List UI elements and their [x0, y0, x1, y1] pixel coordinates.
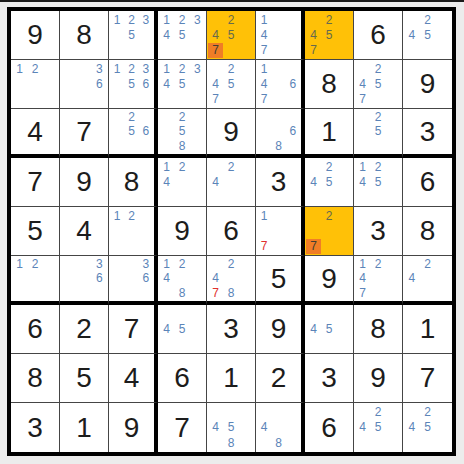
candidate-grid: 2478: [208, 257, 254, 300]
sudoku-cell-r6c6[interactable]: 5: [256, 256, 305, 305]
sudoku-cell-r4c6[interactable]: 3: [256, 158, 305, 207]
candidate-empty: [110, 286, 124, 300]
candidate-empty: [239, 174, 254, 189]
sudoku-cell-r6c7[interactable]: 9: [305, 256, 354, 305]
solved-digit: 7: [109, 305, 154, 353]
candidate-empty: [404, 404, 420, 420]
candidate-empty: [435, 435, 451, 451]
candidate-5: 5: [321, 321, 336, 336]
candidate-1: 1: [257, 61, 271, 76]
solved-digit: 8: [305, 60, 353, 108]
sudoku-cell-r6c5[interactable]: 2478: [207, 256, 256, 305]
candidate-empty: [239, 27, 254, 42]
candidate-empty: [404, 12, 420, 27]
sudoku-cell-r1c5[interactable]: 2457: [207, 11, 256, 60]
candidate-8: 8: [271, 139, 285, 153]
candidate-empty: [435, 404, 451, 420]
sudoku-cell-r9c1[interactable]: 3: [11, 403, 60, 452]
sudoku-cell-r1c6[interactable]: 147: [256, 11, 305, 60]
candidate-empty: [110, 139, 124, 153]
candidate-empty: [370, 92, 385, 107]
candidate-empty: [271, 420, 285, 436]
candidate-3: 3: [190, 12, 205, 27]
candidate-4: 4: [208, 174, 223, 189]
sudoku-cell-r5c4[interactable]: 9: [158, 207, 207, 256]
sudoku-cell-r7c1[interactable]: 6: [11, 305, 60, 354]
sudoku-cell-r6c2[interactable]: 36: [60, 256, 109, 305]
candidate-empty: [190, 92, 205, 107]
candidate-empty: [92, 286, 107, 300]
sudoku-cell-r8c7[interactable]: 3: [305, 354, 354, 403]
candidate-empty: [190, 190, 205, 205]
candidate-empty: [321, 239, 336, 254]
sudoku-cell-r3c6[interactable]: 68: [256, 109, 305, 158]
candidate-6: 6: [139, 124, 153, 138]
solved-digit: 8: [109, 158, 154, 206]
sudoku-cell-r4c3[interactable]: 8: [109, 158, 158, 207]
sudoku-cell-r4c5[interactable]: 24: [207, 158, 256, 207]
solved-digit: 9: [158, 207, 206, 255]
candidate-empty: [271, 92, 285, 107]
candidate-7: 7: [208, 43, 223, 58]
candidate-grid: 245: [404, 12, 451, 58]
sudoku-cell-r9c9[interactable]: 245: [403, 403, 452, 452]
candidate-empty: [239, 257, 254, 271]
candidate-empty: [257, 223, 271, 238]
candidate-empty: [271, 223, 285, 238]
candidate-empty: [435, 12, 451, 27]
sudoku-cell-r2c9[interactable]: 9: [403, 60, 452, 109]
candidate-empty: [110, 76, 124, 91]
candidate-grid: 2457: [355, 61, 401, 107]
candidate-empty: [208, 61, 223, 76]
solved-digit: 2: [60, 305, 108, 353]
candidate-empty: [271, 208, 285, 223]
candidate-grid: 245: [355, 404, 401, 451]
candidate-empty: [420, 435, 436, 451]
candidate-empty: [404, 286, 420, 300]
sudoku-cell-r5c9[interactable]: 8: [403, 207, 452, 256]
candidate-empty: [337, 337, 352, 352]
sudoku-cell-r1c9[interactable]: 245: [403, 11, 452, 60]
sudoku-cell-r9c3[interactable]: 9: [109, 403, 158, 452]
candidate-empty: [239, 286, 254, 300]
candidate-1: 1: [355, 257, 370, 271]
sudoku-cell-r9c6[interactable]: 48: [256, 403, 305, 452]
candidate-empty: [321, 190, 336, 205]
candidate-4: 4: [355, 271, 370, 285]
sudoku-cell-r2c2[interactable]: 36: [60, 60, 109, 109]
candidate-empty: [435, 286, 451, 300]
solved-digit: 3: [305, 354, 353, 402]
candidate-grid: 458: [208, 404, 254, 451]
solved-digit: 5: [11, 207, 59, 255]
sudoku-cell-r5c7[interactable]: 27: [305, 207, 354, 256]
candidate-empty: [286, 223, 300, 238]
candidate-2: 2: [420, 404, 436, 420]
sudoku-cell-r6c4[interactable]: 1248: [158, 256, 207, 305]
sudoku-cell-r2c3[interactable]: 12356: [109, 60, 158, 109]
candidate-empty: [76, 271, 91, 285]
candidate-5: 5: [223, 420, 238, 436]
candidate-empty: [61, 61, 76, 76]
candidate-empty: [223, 404, 238, 420]
candidate-empty: [337, 239, 352, 254]
candidate-grid: 45: [159, 306, 205, 352]
sudoku-cell-r4c1[interactable]: 7: [11, 158, 60, 207]
candidate-empty: [159, 306, 174, 321]
sudoku-cell-r9c5[interactable]: 458: [207, 403, 256, 452]
candidate-4: 4: [159, 27, 174, 42]
candidate-grid: 1467: [257, 61, 300, 107]
candidate-empty: [12, 271, 27, 285]
candidate-grid: 36: [61, 257, 107, 300]
candidate-1: 1: [355, 159, 370, 174]
sudoku-cell-r1c3[interactable]: 1235: [109, 11, 158, 60]
candidate-empty: [223, 271, 238, 285]
sudoku-cell-r5c6[interactable]: 17: [256, 207, 305, 256]
candidate-2: 2: [124, 208, 138, 223]
sudoku-cell-r3c7[interactable]: 1: [305, 109, 354, 158]
sudoku-cell-r7c8[interactable]: 8: [354, 305, 403, 354]
candidate-empty: [124, 271, 138, 285]
candidate-empty: [124, 223, 138, 238]
sudoku-cell-r1c4[interactable]: 12345: [158, 11, 207, 60]
candidate-4: 4: [159, 321, 174, 336]
candidate-1: 1: [159, 159, 174, 174]
candidate-1: 1: [110, 12, 124, 27]
candidate-grid: 1247: [355, 257, 401, 300]
candidate-empty: [208, 190, 223, 205]
candidate-empty: [43, 76, 58, 91]
candidate-empty: [404, 43, 420, 58]
solved-digit: 6: [207, 207, 255, 255]
candidate-8: 8: [174, 286, 189, 300]
sudoku-cell-r9c2[interactable]: 1: [60, 403, 109, 452]
candidate-empty: [321, 43, 336, 58]
solved-digit: 6: [354, 11, 402, 59]
candidate-5: 5: [420, 27, 436, 42]
candidate-7: 7: [257, 239, 271, 254]
sudoku-cell-r6c1[interactable]: 12: [11, 256, 60, 305]
sudoku-cell-r4c8[interactable]: 1245: [354, 158, 403, 207]
candidate-5: 5: [420, 420, 436, 436]
sudoku-cell-r7c7[interactable]: 45: [305, 305, 354, 354]
sudoku-cell-r4c2[interactable]: 9: [60, 158, 109, 207]
candidate-empty: [174, 174, 189, 189]
candidate-5: 5: [321, 27, 336, 42]
candidate-empty: [190, 257, 205, 271]
candidate-empty: [61, 92, 76, 107]
candidate-5: 5: [370, 174, 385, 189]
candidate-7: 7: [355, 92, 370, 107]
candidate-empty: [306, 12, 321, 27]
candidate-empty: [110, 124, 124, 138]
sudoku-cell-r4c9[interactable]: 6: [403, 158, 452, 207]
solved-digit: 7: [403, 354, 452, 402]
candidate-empty: [139, 139, 153, 153]
sudoku-cell-r4c4[interactable]: 124: [158, 158, 207, 207]
candidate-empty: [306, 306, 321, 321]
candidate-empty: [386, 76, 401, 91]
candidate-3: 3: [92, 61, 107, 76]
candidate-2: 2: [174, 110, 189, 124]
candidate-5: 5: [124, 27, 138, 42]
candidate-4: 4: [257, 420, 271, 436]
candidate-empty: [386, 420, 401, 436]
sudoku-cell-r1c8[interactable]: 6: [354, 11, 403, 60]
candidate-empty: [61, 257, 76, 271]
candidate-empty: [271, 404, 285, 420]
candidate-empty: [370, 435, 385, 451]
solved-digit: 6: [403, 158, 452, 206]
candidate-empty: [337, 27, 352, 42]
sudoku-cell-r8c3[interactable]: 4: [109, 354, 158, 403]
candidate-empty: [190, 271, 205, 285]
candidate-4: 4: [208, 271, 223, 285]
solved-digit: 6: [158, 354, 206, 402]
sudoku-cell-r7c2[interactable]: 2: [60, 305, 109, 354]
candidate-7: 7: [306, 239, 321, 254]
sudoku-cell-r5c2[interactable]: 4: [60, 207, 109, 256]
candidate-1: 1: [12, 61, 27, 76]
candidate-empty: [337, 306, 352, 321]
candidate-5: 5: [370, 124, 385, 138]
candidate-empty: [420, 271, 436, 285]
sudoku-cell-r4c7[interactable]: 245: [305, 158, 354, 207]
candidate-6: 6: [286, 124, 300, 138]
sudoku-cell-r2c8[interactable]: 2457: [354, 60, 403, 109]
sudoku-cell-r8c6[interactable]: 2: [256, 354, 305, 403]
sudoku-cell-r8c4[interactable]: 6: [158, 354, 207, 403]
sudoku-cell-r7c5[interactable]: 3: [207, 305, 256, 354]
sudoku-cell-r2c5[interactable]: 2457: [207, 60, 256, 109]
candidate-empty: [124, 139, 138, 153]
candidate-4: 4: [306, 27, 321, 42]
candidate-grid: 36: [110, 257, 153, 300]
candidate-empty: [139, 223, 153, 238]
sudoku-cell-r6c3[interactable]: 36: [109, 256, 158, 305]
solved-digit: 5: [256, 256, 301, 301]
candidate-empty: [61, 286, 76, 300]
candidate-4: 4: [257, 76, 271, 91]
candidate-empty: [208, 257, 223, 271]
candidate-4: 4: [208, 27, 223, 42]
candidate-empty: [286, 12, 300, 27]
candidate-6: 6: [286, 76, 300, 91]
candidate-grid: 245: [306, 159, 352, 205]
candidate-empty: [321, 306, 336, 321]
sudoku-cell-r3c8[interactable]: 25: [354, 109, 403, 158]
candidate-grid: 48: [257, 404, 300, 451]
solved-digit: 9: [207, 109, 255, 154]
candidate-empty: [110, 92, 124, 107]
candidate-empty: [306, 208, 321, 223]
candidate-empty: [174, 190, 189, 205]
solved-digit: 3: [11, 403, 59, 452]
candidate-5: 5: [370, 76, 385, 91]
candidate-empty: [190, 286, 205, 300]
candidate-empty: [239, 190, 254, 205]
candidate-empty: [76, 61, 91, 76]
candidate-empty: [355, 404, 370, 420]
candidate-empty: [321, 223, 336, 238]
candidate-4: 4: [159, 174, 174, 189]
solved-digit: 8: [354, 305, 402, 353]
sudoku-cell-r7c3[interactable]: 7: [109, 305, 158, 354]
candidate-empty: [174, 92, 189, 107]
solved-digit: 9: [256, 305, 301, 353]
sudoku-cell-r8c1[interactable]: 8: [11, 354, 60, 403]
sudoku-cell-r7c6[interactable]: 9: [256, 305, 305, 354]
candidate-2: 2: [321, 12, 336, 27]
candidate-empty: [271, 61, 285, 76]
candidate-2: 2: [420, 12, 436, 27]
sudoku-cell-r2c1[interactable]: 12: [11, 60, 60, 109]
candidate-empty: [257, 139, 271, 153]
solved-digit: 7: [60, 109, 108, 154]
candidate-empty: [43, 257, 58, 271]
candidate-empty: [355, 61, 370, 76]
sudoku-cell-r3c4[interactable]: 258: [158, 109, 207, 158]
sudoku-cell-r1c7[interactable]: 2457: [305, 11, 354, 60]
candidate-empty: [386, 174, 401, 189]
sudoku-cell-r1c2[interactable]: 8: [60, 11, 109, 60]
candidate-empty: [306, 190, 321, 205]
solved-digit: 8: [403, 207, 452, 255]
sudoku-cell-r8c8[interactable]: 9: [354, 354, 403, 403]
candidate-4: 4: [159, 76, 174, 91]
candidate-empty: [12, 76, 27, 91]
candidate-empty: [386, 61, 401, 76]
solved-digit: 9: [403, 60, 452, 108]
candidate-empty: [306, 159, 321, 174]
candidate-2: 2: [124, 61, 138, 76]
candidate-2: 2: [223, 257, 238, 271]
solved-digit: 1: [207, 354, 255, 402]
candidate-empty: [337, 223, 352, 238]
sudoku-cell-r6c9[interactable]: 24: [403, 256, 452, 305]
candidate-empty: [139, 286, 153, 300]
candidate-empty: [43, 286, 58, 300]
candidate-3: 3: [139, 61, 153, 76]
sudoku-cell-r2c7[interactable]: 8: [305, 60, 354, 109]
candidate-1: 1: [12, 257, 27, 271]
candidate-grid: 12: [12, 61, 58, 107]
candidate-grid: 12: [12, 257, 58, 300]
candidate-empty: [420, 286, 436, 300]
candidate-4: 4: [257, 27, 271, 42]
candidate-empty: [110, 223, 124, 238]
candidate-empty: [190, 110, 205, 124]
candidate-4: 4: [306, 321, 321, 336]
candidate-empty: [190, 337, 205, 352]
sudoku-cell-r1c1[interactable]: 9: [11, 11, 60, 60]
sudoku-cell-r3c1[interactable]: 4: [11, 109, 60, 158]
sudoku-cell-r2c4[interactable]: 12345: [158, 60, 207, 109]
candidate-empty: [124, 92, 138, 107]
candidate-grid: 12345: [159, 12, 205, 58]
candidate-grid: 25: [355, 110, 401, 153]
sudoku-cell-r5c1[interactable]: 5: [11, 207, 60, 256]
candidate-empty: [124, 286, 138, 300]
solved-digit: 7: [158, 403, 206, 452]
sudoku-cell-r8c2[interactable]: 5: [60, 354, 109, 403]
sudoku-cell-r3c3[interactable]: 256: [109, 109, 158, 158]
sudoku-cell-r9c4[interactable]: 7: [158, 403, 207, 452]
candidate-empty: [239, 61, 254, 76]
sudoku-cell-r7c4[interactable]: 45: [158, 305, 207, 354]
candidate-empty: [321, 337, 336, 352]
candidate-grid: 258: [159, 110, 205, 153]
candidate-2: 2: [174, 159, 189, 174]
candidate-empty: [61, 76, 76, 91]
sudoku-cell-r3c5[interactable]: 9: [207, 109, 256, 158]
candidate-empty: [404, 257, 420, 271]
candidate-empty: [386, 404, 401, 420]
candidate-empty: [124, 257, 138, 271]
candidate-empty: [27, 271, 42, 285]
candidate-grid: 17: [257, 208, 300, 254]
sudoku-board: 9812351234524571472457624512361235612345…: [7, 7, 456, 456]
candidate-4: 4: [208, 420, 223, 436]
sudoku-cell-r3c2[interactable]: 7: [60, 109, 109, 158]
candidate-empty: [159, 139, 174, 153]
candidate-2: 2: [223, 61, 238, 76]
candidate-empty: [27, 76, 42, 91]
candidate-empty: [286, 110, 300, 124]
candidate-empty: [239, 420, 254, 436]
candidate-empty: [76, 286, 91, 300]
sudoku-cell-r7c9[interactable]: 1: [403, 305, 452, 354]
solved-digit: 7: [11, 158, 59, 206]
candidate-empty: [404, 435, 420, 451]
candidate-4: 4: [159, 271, 174, 285]
candidate-grid: 68: [257, 110, 300, 153]
sudoku-cell-r6c8[interactable]: 1247: [354, 256, 403, 305]
sudoku-cell-r5c5[interactable]: 6: [207, 207, 256, 256]
candidate-empty: [190, 306, 205, 321]
candidate-empty: [435, 420, 451, 436]
candidate-empty: [257, 435, 271, 451]
candidate-empty: [271, 124, 285, 138]
candidate-2: 2: [370, 110, 385, 124]
candidate-empty: [159, 190, 174, 205]
candidate-empty: [271, 239, 285, 254]
solved-digit: 1: [305, 109, 353, 154]
sudoku-cell-r3c9[interactable]: 3: [403, 109, 452, 158]
candidate-empty: [271, 12, 285, 27]
candidate-empty: [271, 76, 285, 91]
sudoku-cell-r2c6[interactable]: 1467: [256, 60, 305, 109]
sudoku-cell-r5c3[interactable]: 12: [109, 207, 158, 256]
candidate-grid: 24: [404, 257, 451, 300]
candidate-8: 8: [223, 286, 238, 300]
sudoku-cell-r8c9[interactable]: 7: [403, 354, 452, 403]
candidate-empty: [223, 190, 238, 205]
sudoku-cell-r5c8[interactable]: 3: [354, 207, 403, 256]
candidate-empty: [174, 337, 189, 352]
candidate-2: 2: [223, 12, 238, 27]
candidate-6: 6: [92, 271, 107, 285]
sudoku-cell-r9c8[interactable]: 245: [354, 403, 403, 452]
candidate-grid: 147: [257, 12, 300, 58]
sudoku-cell-r8c5[interactable]: 1: [207, 354, 256, 403]
candidate-empty: [386, 435, 401, 451]
sudoku-cell-r9c7[interactable]: 6: [305, 403, 354, 452]
candidate-empty: [386, 92, 401, 107]
candidate-empty: [159, 286, 174, 300]
